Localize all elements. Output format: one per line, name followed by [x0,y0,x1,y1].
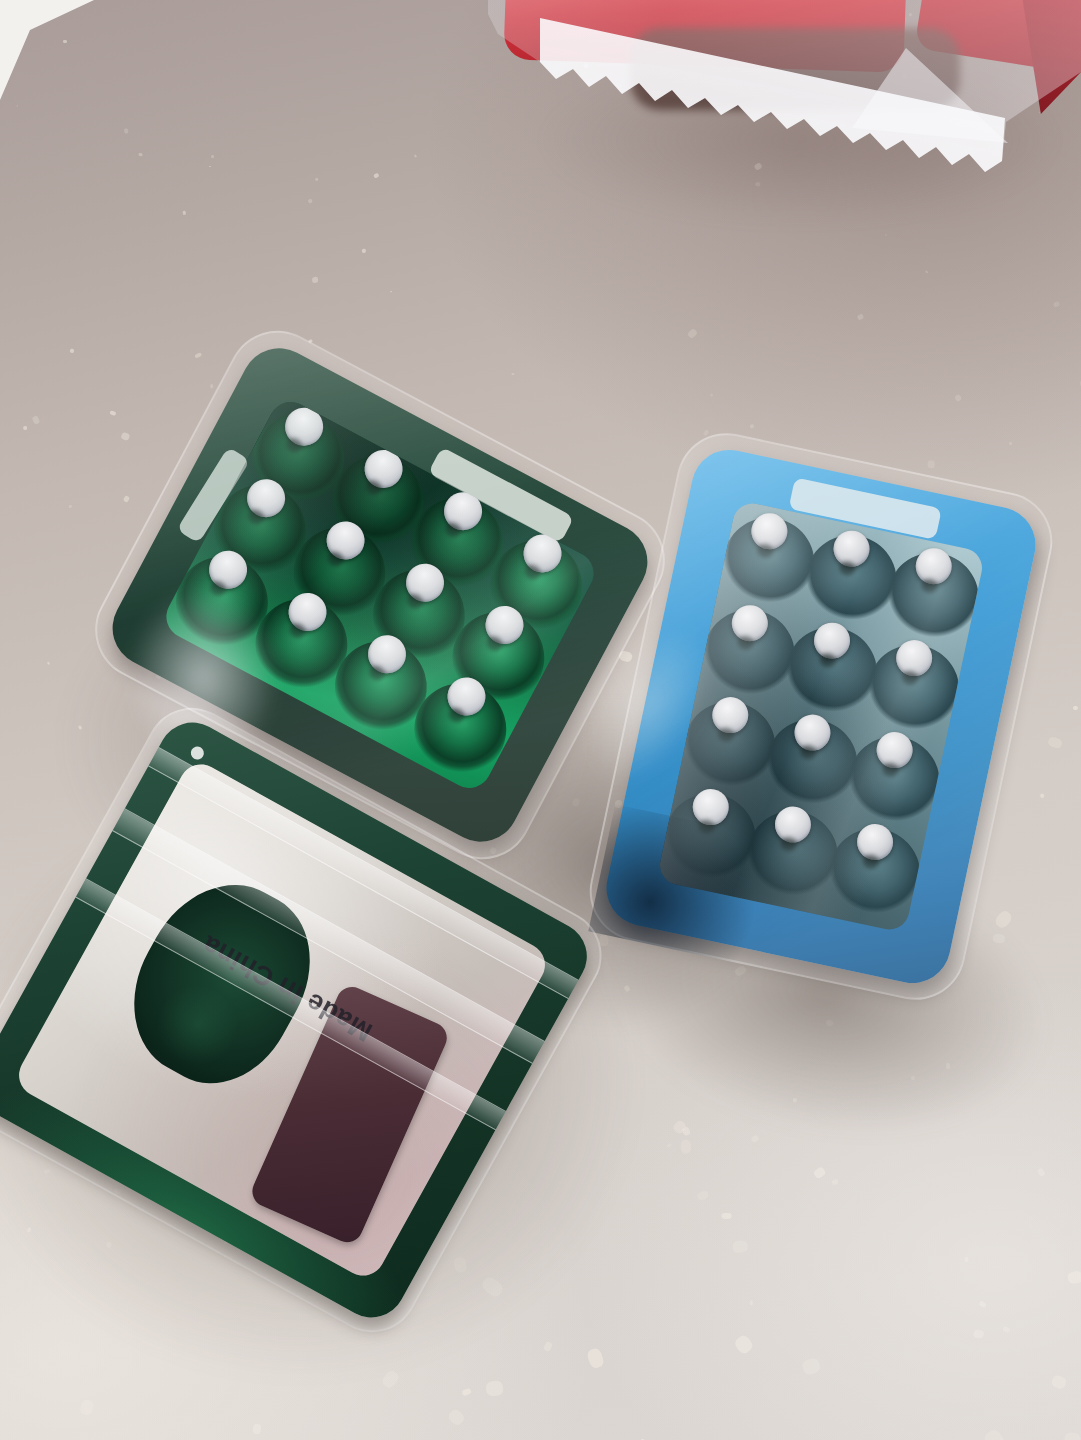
bottle [757,711,866,820]
bottle-cap [912,545,955,588]
blue-crate-bottle-bay [656,500,985,933]
bottle [839,728,948,837]
bottle [315,440,439,564]
bottle [277,511,401,635]
bottle-cap [811,619,854,662]
bottle-cap [479,599,530,650]
bottle-cap [282,586,333,637]
bottle [714,509,823,618]
bottle [436,596,560,720]
bottle-cap [441,671,492,722]
bottle [738,803,847,912]
bottle-cap [689,786,732,829]
bottle [695,601,804,710]
photo-canvas: Made in China [0,0,1081,1440]
bottle [357,553,481,677]
bottle [820,820,929,929]
bottle [656,785,764,894]
bottle-cap [893,637,936,680]
air-bubble [189,744,207,762]
bottle-cap [830,527,873,570]
bottle-cap [361,629,412,680]
bottle [398,667,522,791]
bottle-cap [854,821,897,864]
bottle-cap [320,515,371,566]
bottle-cap [240,473,291,524]
bottle-cap [278,401,329,452]
bottle [859,636,968,745]
bottle-cap [873,729,916,772]
bottle-cap [772,803,815,846]
bottle [878,544,985,653]
bottle [236,397,360,521]
bottle-cap [729,602,772,645]
bottle [319,625,443,749]
bottle [796,527,905,636]
bottle-cap [358,443,409,494]
bottle-cap [709,694,752,737]
bottle-cap [791,711,834,754]
bottle-cap [748,510,791,553]
bottle [777,619,886,728]
bottle-cap [399,557,450,608]
bottle [474,524,598,648]
